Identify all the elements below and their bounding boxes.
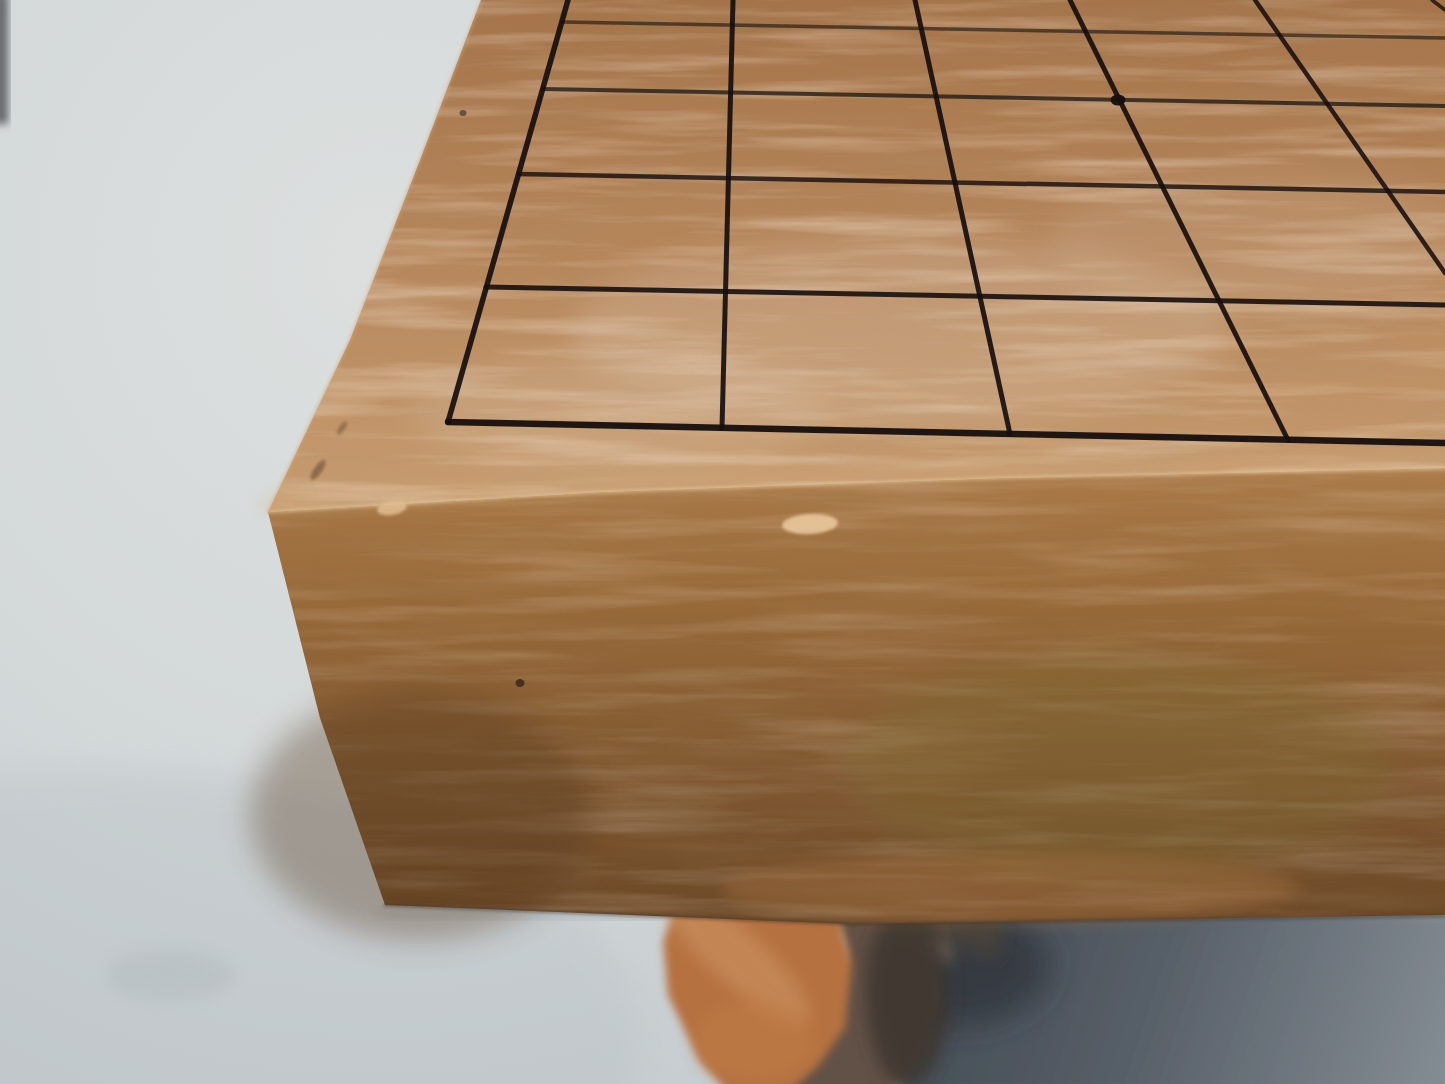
board-body-layer bbox=[250, 0, 1445, 940]
front-dark-corner bbox=[250, 690, 590, 940]
surface-speck bbox=[460, 110, 467, 116]
front-face-knot-speck bbox=[516, 679, 525, 687]
go-board-photo bbox=[0, 0, 1445, 1084]
background-object-sliver bbox=[0, 0, 8, 124]
front-olive-tint bbox=[850, 650, 1390, 880]
star-point-hoshi bbox=[1111, 95, 1126, 106]
floor-smudge bbox=[105, 949, 235, 1001]
leg-dark-edge bbox=[866, 903, 950, 1084]
leg-lower-sheen bbox=[695, 1000, 815, 1080]
surface-haze bbox=[410, 350, 830, 470]
scene-svg bbox=[0, 0, 1445, 1084]
front-bottom-sheen bbox=[720, 852, 1300, 924]
